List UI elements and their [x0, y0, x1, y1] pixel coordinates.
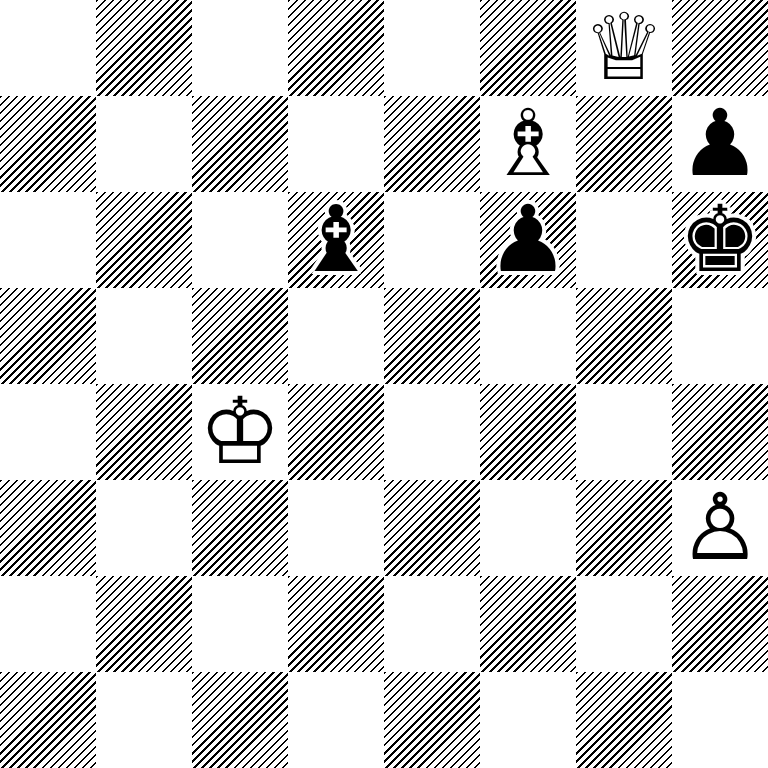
- black-pawn[interactable]: ♟♟: [480, 192, 576, 288]
- square-b6[interactable]: [96, 192, 192, 288]
- square-c2[interactable]: [192, 576, 288, 672]
- square-b5[interactable]: [96, 288, 192, 384]
- square-c3[interactable]: [192, 480, 288, 576]
- square-c1[interactable]: [192, 672, 288, 768]
- white-queen[interactable]: ♛♕: [576, 0, 672, 96]
- square-d3[interactable]: [288, 480, 384, 576]
- square-g4[interactable]: [576, 384, 672, 480]
- white-pawn[interactable]: ♟♙: [672, 480, 768, 576]
- square-e4[interactable]: [384, 384, 480, 480]
- square-f4[interactable]: [480, 384, 576, 480]
- square-a4[interactable]: [0, 384, 96, 480]
- piece-glyph: ♗: [480, 96, 576, 192]
- square-b7[interactable]: [96, 96, 192, 192]
- square-h8[interactable]: [672, 0, 768, 96]
- black-bishop[interactable]: ♝♝: [288, 192, 384, 288]
- black-king[interactable]: ♚♚: [672, 192, 768, 288]
- square-h5[interactable]: [672, 288, 768, 384]
- square-a2[interactable]: [0, 576, 96, 672]
- square-c4[interactable]: ♚♔: [192, 384, 288, 480]
- piece-glyph: ♝: [288, 192, 384, 288]
- square-e8[interactable]: [384, 0, 480, 96]
- square-f2[interactable]: [480, 576, 576, 672]
- square-b1[interactable]: [96, 672, 192, 768]
- square-e6[interactable]: [384, 192, 480, 288]
- piece-glyph: ♟: [480, 192, 576, 288]
- square-b4[interactable]: [96, 384, 192, 480]
- square-c7[interactable]: [192, 96, 288, 192]
- square-a3[interactable]: [0, 480, 96, 576]
- piece-glyph: ♚: [672, 192, 768, 288]
- square-g8[interactable]: ♛♕: [576, 0, 672, 96]
- black-pawn[interactable]: ♟♟: [672, 96, 768, 192]
- square-f3[interactable]: [480, 480, 576, 576]
- square-c6[interactable]: [192, 192, 288, 288]
- square-b3[interactable]: [96, 480, 192, 576]
- white-king[interactable]: ♚♔: [192, 384, 288, 480]
- square-h1[interactable]: [672, 672, 768, 768]
- square-b2[interactable]: [96, 576, 192, 672]
- square-h2[interactable]: [672, 576, 768, 672]
- white-bishop[interactable]: ♝♗: [480, 96, 576, 192]
- square-e5[interactable]: [384, 288, 480, 384]
- square-c8[interactable]: [192, 0, 288, 96]
- square-d1[interactable]: [288, 672, 384, 768]
- square-f6[interactable]: ♟♟: [480, 192, 576, 288]
- square-e2[interactable]: [384, 576, 480, 672]
- square-d2[interactable]: [288, 576, 384, 672]
- square-d8[interactable]: [288, 0, 384, 96]
- piece-glyph: ♕: [576, 0, 672, 96]
- square-g5[interactable]: [576, 288, 672, 384]
- piece-glyph: ♔: [192, 384, 288, 480]
- square-c5[interactable]: [192, 288, 288, 384]
- square-g7[interactable]: [576, 96, 672, 192]
- square-d6[interactable]: ♝♝: [288, 192, 384, 288]
- square-b8[interactable]: [96, 0, 192, 96]
- square-h4[interactable]: [672, 384, 768, 480]
- square-h6[interactable]: ♚♚: [672, 192, 768, 288]
- square-a6[interactable]: [0, 192, 96, 288]
- square-f7[interactable]: ♝♗: [480, 96, 576, 192]
- square-g1[interactable]: [576, 672, 672, 768]
- square-e1[interactable]: [384, 672, 480, 768]
- square-f5[interactable]: [480, 288, 576, 384]
- chessboard: ♛♕♝♗♟♟♝♝♟♟♚♚♚♔♟♙: [0, 0, 768, 768]
- square-h7[interactable]: ♟♟: [672, 96, 768, 192]
- square-f8[interactable]: [480, 0, 576, 96]
- square-e7[interactable]: [384, 96, 480, 192]
- square-a1[interactable]: [0, 672, 96, 768]
- piece-glyph: ♟: [672, 96, 768, 192]
- square-d7[interactable]: [288, 96, 384, 192]
- square-a8[interactable]: [0, 0, 96, 96]
- square-f1[interactable]: [480, 672, 576, 768]
- square-d4[interactable]: [288, 384, 384, 480]
- square-e3[interactable]: [384, 480, 480, 576]
- square-h3[interactable]: ♟♙: [672, 480, 768, 576]
- square-g6[interactable]: [576, 192, 672, 288]
- square-a7[interactable]: [0, 96, 96, 192]
- square-a5[interactable]: [0, 288, 96, 384]
- square-d5[interactable]: [288, 288, 384, 384]
- square-g2[interactable]: [576, 576, 672, 672]
- square-g3[interactable]: [576, 480, 672, 576]
- piece-glyph: ♙: [672, 480, 768, 576]
